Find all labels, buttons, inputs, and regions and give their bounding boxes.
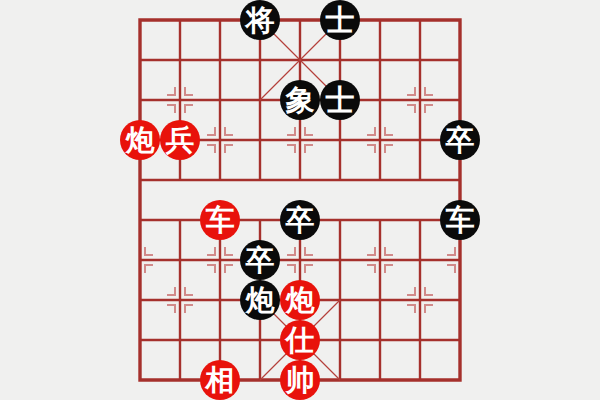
piece-black-soldier[interactable]: 卒: [440, 120, 480, 160]
board-grid[interactable]: 将士象士炮兵卒车卒车卒炮炮仕相帅: [120, 0, 480, 400]
piece-red-cannon[interactable]: 炮: [280, 280, 320, 320]
piece-red-elephant[interactable]: 相: [200, 360, 240, 400]
piece-red-chariot[interactable]: 车: [200, 200, 240, 240]
piece-black-elephant[interactable]: 象: [280, 80, 320, 120]
piece-black-chariot[interactable]: 车: [440, 200, 480, 240]
piece-red-soldier[interactable]: 兵: [160, 120, 200, 160]
piece-red-cannon[interactable]: 炮: [120, 120, 160, 160]
piece-black-advisor[interactable]: 士: [320, 80, 360, 120]
xiangqi-app: 将士象士炮兵卒车卒车卒炮炮仕相帅: [0, 0, 600, 400]
piece-black-cannon[interactable]: 炮: [240, 280, 280, 320]
piece-black-general[interactable]: 将: [240, 0, 280, 40]
piece-red-general[interactable]: 帅: [280, 360, 320, 400]
piece-black-soldier[interactable]: 卒: [280, 200, 320, 240]
xiangqi-board: 将士象士炮兵卒车卒车卒炮炮仕相帅: [140, 20, 460, 380]
piece-red-advisor[interactable]: 仕: [280, 320, 320, 360]
piece-black-soldier[interactable]: 卒: [240, 240, 280, 280]
piece-black-advisor[interactable]: 士: [320, 0, 360, 40]
